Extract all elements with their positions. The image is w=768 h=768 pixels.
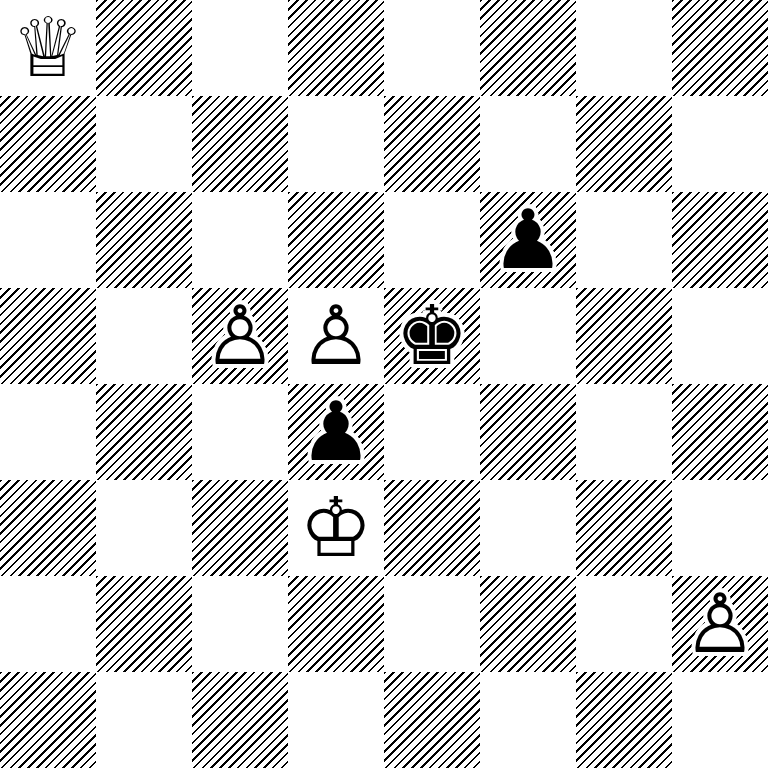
square-b6[interactable] [96, 192, 192, 288]
square-h3[interactable] [672, 480, 768, 576]
piece-glyph: ♚ [384, 288, 480, 384]
square-h4[interactable] [672, 384, 768, 480]
white-pawn[interactable]: ♟♙ [672, 576, 768, 672]
square-b3[interactable] [96, 480, 192, 576]
square-a2[interactable] [0, 576, 96, 672]
white-king[interactable]: ♚♔ [288, 480, 384, 576]
square-b8[interactable] [96, 0, 192, 96]
white-pawn[interactable]: ♟♙ [288, 288, 384, 384]
square-b7[interactable] [96, 96, 192, 192]
square-d4[interactable]: ♟♟ [288, 384, 384, 480]
square-d7[interactable] [288, 96, 384, 192]
square-g1[interactable] [576, 672, 672, 768]
square-c5[interactable]: ♟♙ [192, 288, 288, 384]
piece-glyph: ♕ [0, 0, 96, 96]
white-queen[interactable]: ♛♕ [0, 0, 96, 96]
square-e4[interactable] [384, 384, 480, 480]
square-f5[interactable] [480, 288, 576, 384]
black-king[interactable]: ♚♚ [384, 288, 480, 384]
square-h1[interactable] [672, 672, 768, 768]
square-g4[interactable] [576, 384, 672, 480]
square-h5[interactable] [672, 288, 768, 384]
square-f2[interactable] [480, 576, 576, 672]
square-a6[interactable] [0, 192, 96, 288]
square-c3[interactable] [192, 480, 288, 576]
square-a5[interactable] [0, 288, 96, 384]
square-h8[interactable] [672, 0, 768, 96]
square-c4[interactable] [192, 384, 288, 480]
square-g6[interactable] [576, 192, 672, 288]
square-g7[interactable] [576, 96, 672, 192]
square-h7[interactable] [672, 96, 768, 192]
square-g8[interactable] [576, 0, 672, 96]
square-a3[interactable] [0, 480, 96, 576]
square-e6[interactable] [384, 192, 480, 288]
chess-diagram: ♛♕♟♟♟♙♟♙♚♚♟♟♚♔♟♙ [0, 0, 768, 768]
square-g3[interactable] [576, 480, 672, 576]
square-e3[interactable] [384, 480, 480, 576]
black-pawn[interactable]: ♟♟ [480, 192, 576, 288]
square-e2[interactable] [384, 576, 480, 672]
piece-glyph: ♙ [672, 576, 768, 672]
square-b4[interactable] [96, 384, 192, 480]
square-d5[interactable]: ♟♙ [288, 288, 384, 384]
square-f3[interactable] [480, 480, 576, 576]
piece-glyph: ♟ [480, 192, 576, 288]
piece-glyph: ♟ [288, 384, 384, 480]
square-g5[interactable] [576, 288, 672, 384]
square-f8[interactable] [480, 0, 576, 96]
square-e7[interactable] [384, 96, 480, 192]
square-a8[interactable]: ♛♕ [0, 0, 96, 96]
white-pawn[interactable]: ♟♙ [192, 288, 288, 384]
square-e1[interactable] [384, 672, 480, 768]
square-a7[interactable] [0, 96, 96, 192]
square-g2[interactable] [576, 576, 672, 672]
square-f1[interactable] [480, 672, 576, 768]
square-a1[interactable] [0, 672, 96, 768]
square-c1[interactable] [192, 672, 288, 768]
square-b2[interactable] [96, 576, 192, 672]
square-c6[interactable] [192, 192, 288, 288]
square-d1[interactable] [288, 672, 384, 768]
square-h6[interactable] [672, 192, 768, 288]
square-f7[interactable] [480, 96, 576, 192]
square-d8[interactable] [288, 0, 384, 96]
square-d3[interactable]: ♚♔ [288, 480, 384, 576]
square-d2[interactable] [288, 576, 384, 672]
piece-glyph: ♔ [288, 480, 384, 576]
black-pawn[interactable]: ♟♟ [288, 384, 384, 480]
square-b5[interactable] [96, 288, 192, 384]
square-c8[interactable] [192, 0, 288, 96]
square-h2[interactable]: ♟♙ [672, 576, 768, 672]
piece-glyph: ♙ [288, 288, 384, 384]
piece-glyph: ♙ [192, 288, 288, 384]
square-f4[interactable] [480, 384, 576, 480]
square-c7[interactable] [192, 96, 288, 192]
square-b1[interactable] [96, 672, 192, 768]
square-a4[interactable] [0, 384, 96, 480]
square-d6[interactable] [288, 192, 384, 288]
square-e5[interactable]: ♚♚ [384, 288, 480, 384]
chess-board: ♛♕♟♟♟♙♟♙♚♚♟♟♚♔♟♙ [0, 0, 768, 768]
square-e8[interactable] [384, 0, 480, 96]
square-f6[interactable]: ♟♟ [480, 192, 576, 288]
square-c2[interactable] [192, 576, 288, 672]
